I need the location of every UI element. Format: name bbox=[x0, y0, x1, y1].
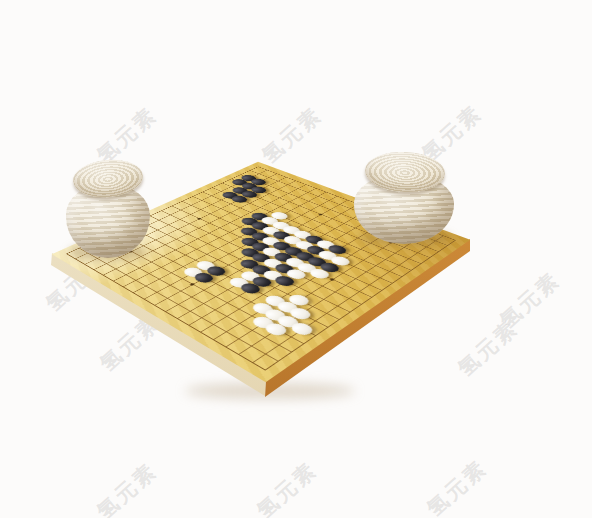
watermark-text: 氢元素 bbox=[494, 266, 566, 335]
go-board bbox=[108, 94, 414, 400]
watermark-text: 氢元素 bbox=[452, 314, 524, 383]
watermark-text: 氢元素 bbox=[421, 454, 493, 518]
watermark-text: 氢元素 bbox=[251, 456, 323, 518]
go-board-scene: 氢元素氢元素氢元素氢元素氢元素氢元素氢元素氢元素氢元素氢元素氢元素 bbox=[0, 0, 592, 518]
stone-bowl-right bbox=[354, 150, 454, 246]
stone-bowl-left bbox=[66, 158, 150, 262]
watermark-text: 氢元素 bbox=[91, 457, 163, 518]
